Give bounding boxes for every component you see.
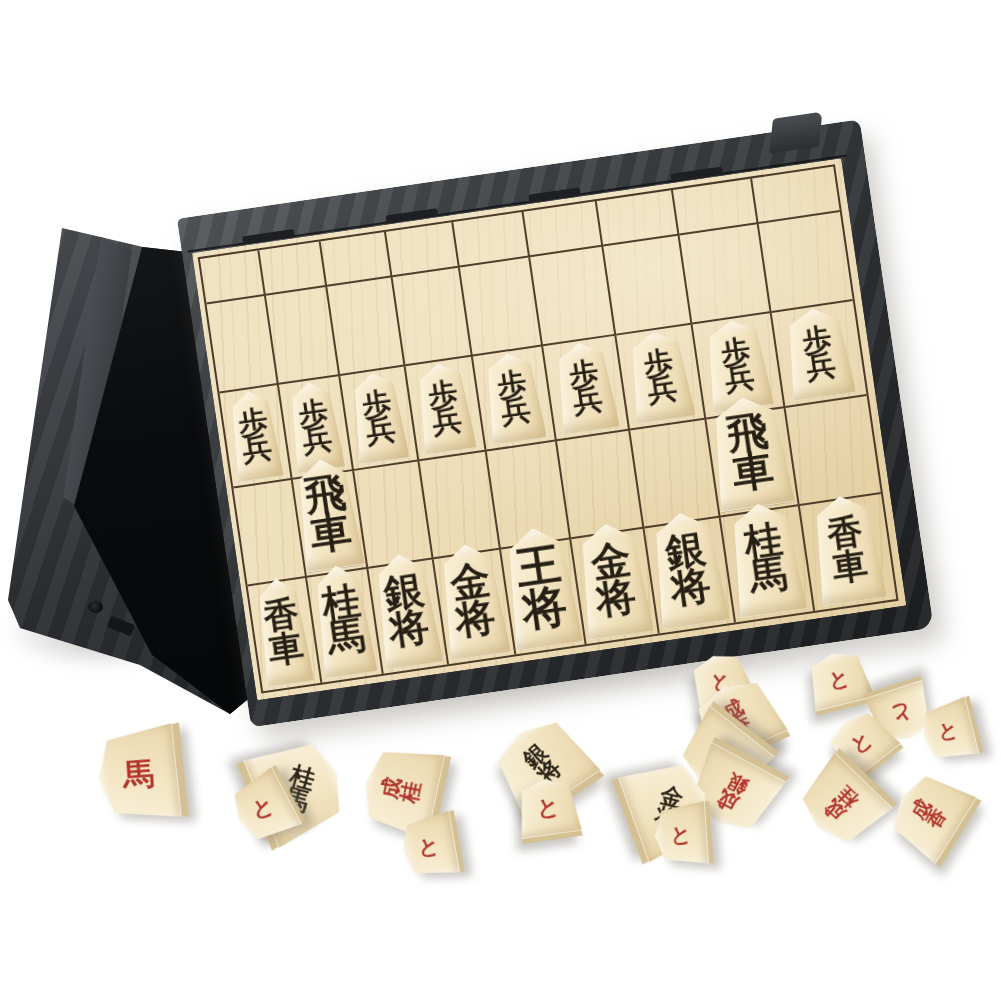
- loose-piece-kanji: と: [417, 835, 440, 856]
- loose-piece-kanji: と: [535, 795, 561, 819]
- scene: 歩兵歩兵歩兵歩兵歩兵歩兵歩兵歩兵歩兵飛車飛車香車桂馬銀将金将王将金将銀将桂馬香車…: [0, 0, 1001, 1001]
- loose-piece-kanji: と: [937, 720, 960, 741]
- loose-piece-と[interactable]: と: [916, 696, 979, 766]
- loose-piece-kanji: と: [847, 728, 876, 756]
- loose-piece-kanji: と: [250, 795, 277, 820]
- loose-piece-と[interactable]: と: [513, 775, 582, 839]
- loose-piece-kanji: 成桂: [821, 784, 861, 824]
- loose-piece-face: と: [653, 800, 709, 867]
- loose-piece-kanji: 馬: [121, 759, 154, 790]
- loose-piece-face: と: [398, 810, 460, 882]
- loose-pieces-layer: 馬桂馬と成桂と銀将とと成香とととと馬成銀金将と成桂成香: [0, 0, 1001, 1001]
- loose-piece-kanji: 成香: [909, 797, 949, 832]
- loose-piece-kanji: 成桂: [379, 775, 422, 804]
- loose-piece-kanji: と: [888, 702, 914, 727]
- loose-piece-と[interactable]: と: [653, 800, 709, 867]
- loose-piece-face: 馬: [94, 722, 182, 826]
- loose-piece-face: と: [513, 775, 582, 839]
- loose-piece-kanji: と: [826, 667, 851, 691]
- loose-piece-kanji: 成銀: [715, 771, 751, 814]
- loose-piece-成香[interactable]: 成香: [881, 763, 978, 865]
- loose-piece-kanji: と: [669, 823, 692, 844]
- loose-piece-face: 成香: [881, 763, 978, 865]
- loose-piece-馬[interactable]: 馬: [94, 722, 182, 826]
- loose-piece-と[interactable]: と: [398, 810, 460, 882]
